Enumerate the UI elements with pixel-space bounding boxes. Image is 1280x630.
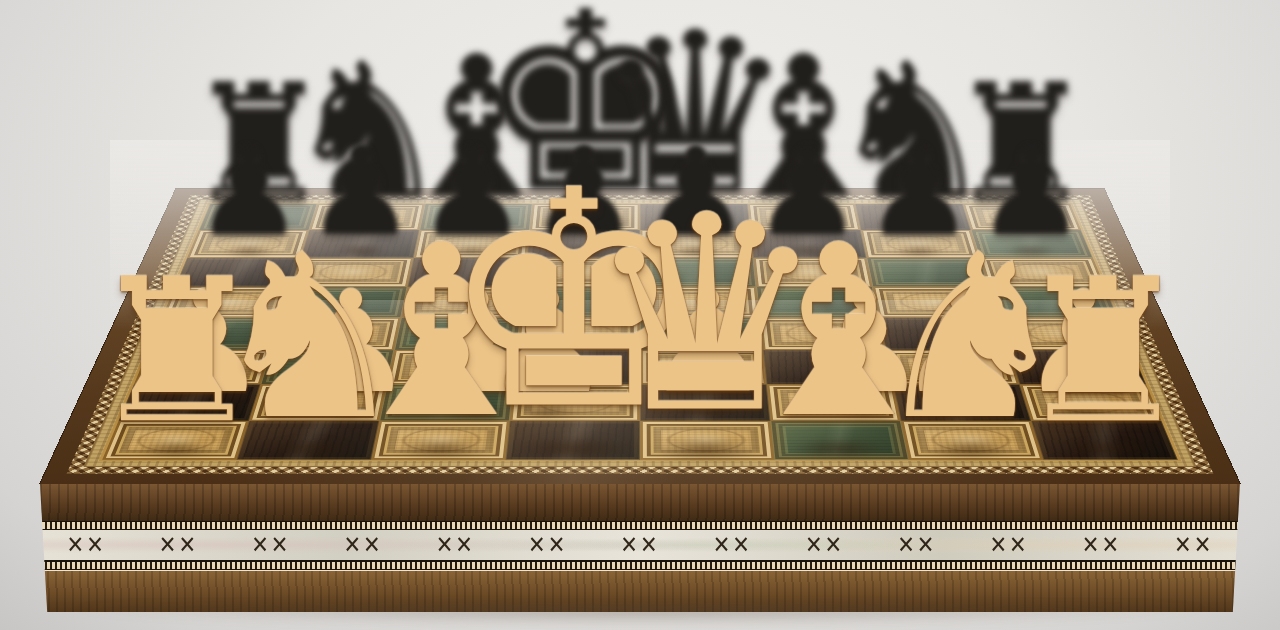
pearl-x-motif: ✕✕ <box>620 531 659 559</box>
walnut-top-band <box>40 484 1240 521</box>
pearl-x-motif: ✕✕ <box>805 531 844 559</box>
pearl-x-motif: ✕✕ <box>713 531 752 559</box>
board-front-edge: ✕✕✕✕✕✕✕✕✕✕✕✕✕✕✕✕✕✕✕✕✕✕✕✕✕✕ <box>40 484 1240 612</box>
pearl-x-motif: ✕✕ <box>343 531 382 559</box>
pearl-x-motif: ✕✕ <box>159 531 198 559</box>
pearl-x-motif: ✕✕ <box>436 531 475 559</box>
photo-scene: ♜♞♝♚♛♝♞♜♟♟♟♟♟♟♟♟♟♟♟♟♟♟♟♟♜♞♝♚♛♝♞♜ ✕✕✕✕✕✕✕… <box>0 0 1280 630</box>
pearl-x-motif: ✕✕ <box>1082 531 1121 559</box>
dotted-inlay-band <box>40 521 1240 530</box>
dotted-inlay-band <box>40 561 1240 570</box>
pearl-x-motif: ✕✕ <box>528 531 567 559</box>
pearl-inlay-band: ✕✕✕✕✕✕✕✕✕✕✕✕✕✕✕✕✕✕✕✕✕✕✕✕✕✕ <box>40 530 1240 561</box>
pearl-x-motif: ✕✕ <box>1174 531 1213 559</box>
pearl-x-motif: ✕✕ <box>67 531 106 559</box>
white-rook[interactable]: ♜ <box>1015 253 1193 451</box>
pearl-x-motif: ✕✕ <box>251 531 290 559</box>
box-shadow-on-table <box>60 606 1220 626</box>
pearl-x-motif: ✕✕ <box>990 531 1029 559</box>
pearl-x-motif: ✕✕ <box>897 531 936 559</box>
